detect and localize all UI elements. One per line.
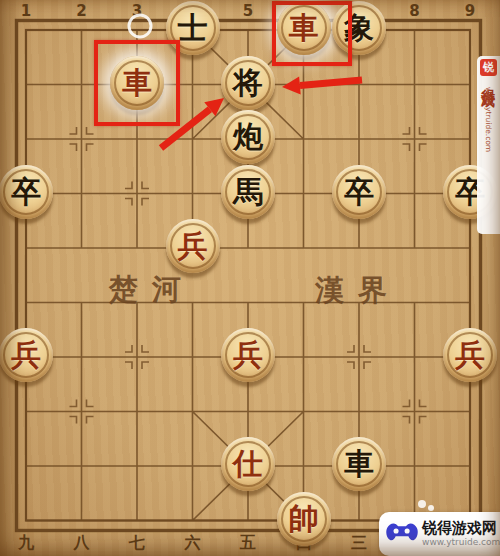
piece-black-general[interactable]: 将 [221,56,275,110]
river-label-right: 漢界 [315,271,401,311]
highlight-box [94,40,180,126]
piece-black-soldier-b[interactable]: 卒 [332,165,386,219]
top-coordinate-label: 3 [125,2,149,20]
top-coordinate-label: 1 [14,2,38,20]
bottom-coordinate-label: 八 [70,533,94,554]
top-coordinate-label: 2 [70,2,94,20]
bottom-coordinate-label: 六 [181,533,205,554]
watermark-brand: 锐得游戏网 [422,520,496,537]
sparkle-dot [428,505,434,511]
game-controller-icon [385,520,419,548]
sparkle-dot [418,500,426,508]
piece-red-soldier-c[interactable]: 兵 [221,328,275,382]
piece-red-soldier-b[interactable]: 兵 [0,328,53,382]
piece-red-soldier-a[interactable]: 兵 [166,219,220,273]
top-coordinate-label: 8 [403,2,427,20]
piece-red-general[interactable]: 帥 [277,492,331,546]
watermark-url: www.ytruide.com [422,537,496,547]
top-coordinate-label: 5 [236,2,260,20]
piece-black-soldier-a[interactable]: 卒 [0,165,53,219]
bottom-coordinate-label: 七 [125,533,149,554]
piece-red-soldier-d[interactable]: 兵 [443,328,497,382]
xiangqi-board: 楚河 漢界 123456789 九八七六五四三二一 士車象車将炮卒馬卒卒兵兵兵兵… [0,0,500,556]
highlight-box [272,1,352,66]
piece-black-cannon[interactable]: 炮 [221,110,275,164]
watermark-vertical: 锐 得游戏 www.ytruide.com [477,56,500,234]
watermark-card: 锐得游戏网 www.ytruide.com [379,512,500,556]
watermark-logo: 锐 [480,59,497,76]
bottom-coordinate-label: 三 [347,533,371,554]
piece-black-horse[interactable]: 馬 [221,165,275,219]
top-coordinate-label: 9 [458,2,482,20]
bottom-coordinate-label: 九 [14,533,38,554]
watermark-url-vertical: www.ytruide.com [484,87,493,152]
river-label-left: 楚河 [109,270,195,310]
watermark-brand-vertical: 得游戏 [480,78,498,84]
bottom-coordinate-label: 五 [236,533,260,554]
piece-black-chariot[interactable]: 車 [332,437,386,491]
piece-red-advisor[interactable]: 仕 [221,437,275,491]
